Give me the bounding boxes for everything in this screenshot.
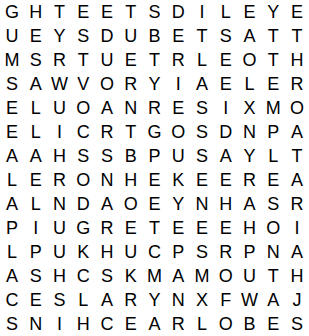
grid-cell[interactable]: E — [119, 216, 143, 240]
grid-cell[interactable]: O — [261, 216, 285, 240]
grid-cell[interactable]: E — [214, 216, 238, 240]
grid-cell[interactable]: E — [24, 24, 48, 48]
grid-cell[interactable]: I — [214, 96, 238, 120]
grid-cell[interactable]: T — [285, 144, 309, 168]
grid-cell[interactable]: E — [119, 312, 143, 336]
grid-cell[interactable]: S — [48, 288, 72, 312]
grid-cell[interactable]: I — [190, 0, 214, 24]
grid-cell[interactable]: C — [143, 240, 167, 264]
grid-cell[interactable]: R — [48, 168, 72, 192]
grid-cell[interactable]: N — [190, 192, 214, 216]
grid-cell[interactable]: M — [261, 96, 285, 120]
grid-cell[interactable]: S — [190, 96, 214, 120]
grid-cell[interactable]: A — [0, 192, 24, 216]
grid-cell[interactable]: E — [214, 72, 238, 96]
grid-cell[interactable]: E — [166, 24, 190, 48]
grid-cell[interactable]: E — [95, 0, 119, 24]
grid-cell[interactable]: P — [0, 216, 24, 240]
grid-cell[interactable]: S — [143, 0, 167, 24]
grid-cell[interactable]: E — [285, 0, 309, 24]
grid-cell[interactable]: R — [214, 240, 238, 264]
grid-cell[interactable]: T — [143, 216, 167, 240]
grid-cell[interactable]: A — [238, 24, 262, 48]
grid-cell[interactable]: U — [238, 264, 262, 288]
grid-cell[interactable]: A — [24, 72, 48, 96]
grid-cell[interactable]: A — [285, 240, 309, 264]
grid-cell[interactable]: S — [214, 24, 238, 48]
grid-cell[interactable]: L — [0, 168, 24, 192]
grid-cell[interactable]: S — [95, 144, 119, 168]
grid-cell[interactable]: E — [143, 168, 167, 192]
grid-cell[interactable]: N — [166, 288, 190, 312]
grid-cell[interactable]: T — [261, 264, 285, 288]
grid-cell[interactable]: N — [238, 120, 262, 144]
grid-cell[interactable]: N — [95, 168, 119, 192]
grid-cell[interactable]: G — [0, 0, 24, 24]
grid-cell[interactable]: O — [71, 168, 95, 192]
grid-cell[interactable]: E — [166, 96, 190, 120]
grid-cell[interactable]: L — [71, 288, 95, 312]
grid-cell[interactable]: Y — [238, 144, 262, 168]
grid-cell[interactable]: E — [0, 96, 24, 120]
grid-cell[interactable]: Y — [143, 72, 167, 96]
grid-cell[interactable]: L — [24, 192, 48, 216]
grid-cell[interactable]: E — [143, 192, 167, 216]
grid-cell[interactable]: S — [190, 240, 214, 264]
grid-cell[interactable]: E — [261, 72, 285, 96]
grid-cell[interactable]: S — [0, 72, 24, 96]
grid-cell[interactable]: A — [95, 288, 119, 312]
grid-cell[interactable]: A — [261, 288, 285, 312]
grid-cell[interactable]: B — [238, 312, 262, 336]
grid-cell[interactable]: A — [0, 264, 24, 288]
grid-cell[interactable]: B — [143, 24, 167, 48]
grid-cell[interactable]: Y — [48, 24, 72, 48]
grid-cell[interactable]: A — [238, 192, 262, 216]
grid-cell[interactable]: Y — [166, 192, 190, 216]
grid-cell[interactable]: T — [143, 48, 167, 72]
grid-cell[interactable]: I — [48, 120, 72, 144]
grid-cell[interactable]: A — [143, 312, 167, 336]
grid-cell[interactable]: R — [48, 48, 72, 72]
grid-cell[interactable]: C — [71, 264, 95, 288]
grid-cell[interactable]: N — [119, 96, 143, 120]
grid-cell[interactable]: V — [71, 72, 95, 96]
grid-cell[interactable]: L — [24, 120, 48, 144]
grid-cell[interactable]: U — [119, 240, 143, 264]
grid-cell[interactable]: O — [119, 192, 143, 216]
grid-cell[interactable]: A — [0, 144, 24, 168]
grid-cell[interactable]: U — [119, 24, 143, 48]
grid-cell[interactable]: K — [119, 264, 143, 288]
grid-cell[interactable]: S — [0, 312, 24, 336]
grid-cell[interactable]: P — [261, 120, 285, 144]
grid-cell[interactable]: L — [238, 72, 262, 96]
grid-cell[interactable]: O — [214, 264, 238, 288]
grid-cell[interactable]: E — [24, 168, 48, 192]
grid-cell[interactable]: E — [261, 312, 285, 336]
grid-cell[interactable]: D — [166, 0, 190, 24]
grid-cell[interactable]: O — [166, 120, 190, 144]
grid-cell[interactable]: T — [119, 120, 143, 144]
grid-cell[interactable]: L — [24, 96, 48, 120]
grid-cell[interactable]: A — [95, 96, 119, 120]
grid-cell[interactable]: P — [143, 144, 167, 168]
grid-cell[interactable]: E — [214, 168, 238, 192]
grid-cell[interactable]: E — [190, 216, 214, 240]
grid-cell[interactable]: A — [95, 192, 119, 216]
grid-cell[interactable]: D — [95, 24, 119, 48]
grid-cell[interactable]: A — [24, 144, 48, 168]
grid-cell[interactable]: E — [261, 168, 285, 192]
grid-cell[interactable]: D — [71, 192, 95, 216]
grid-cell[interactable]: H — [285, 264, 309, 288]
grid-cell[interactable]: R — [238, 168, 262, 192]
grid-cell[interactable]: S — [71, 144, 95, 168]
grid-cell[interactable]: R — [285, 72, 309, 96]
grid-cell[interactable]: C — [95, 312, 119, 336]
grid-cell[interactable]: E — [24, 288, 48, 312]
grid-cell[interactable]: E — [166, 216, 190, 240]
grid-cell[interactable]: H — [214, 192, 238, 216]
grid-cell[interactable]: O — [238, 48, 262, 72]
grid-cell[interactable]: A — [166, 264, 190, 288]
grid-cell[interactable]: H — [238, 216, 262, 240]
grid-cell[interactable]: E — [214, 48, 238, 72]
grid-cell[interactable]: R — [119, 72, 143, 96]
grid-cell[interactable]: W — [238, 288, 262, 312]
grid-cell[interactable]: B — [119, 144, 143, 168]
grid-cell[interactable]: U — [48, 240, 72, 264]
grid-cell[interactable]: G — [143, 120, 167, 144]
grid-cell[interactable]: O — [71, 96, 95, 120]
grid-cell[interactable]: I — [166, 72, 190, 96]
grid-cell[interactable]: I — [24, 216, 48, 240]
grid-cell[interactable]: A — [190, 72, 214, 96]
grid-cell[interactable]: L — [261, 144, 285, 168]
grid-cell[interactable]: O — [95, 72, 119, 96]
grid-cell[interactable]: R — [119, 288, 143, 312]
grid-cell[interactable]: U — [48, 96, 72, 120]
grid-cell[interactable]: A — [285, 168, 309, 192]
grid-cell[interactable]: T — [48, 0, 72, 24]
grid-cell[interactable]: E — [190, 168, 214, 192]
grid-cell[interactable]: T — [119, 0, 143, 24]
grid-cell[interactable]: M — [190, 264, 214, 288]
grid-cell[interactable]: N — [24, 312, 48, 336]
grid-cell[interactable]: T — [261, 24, 285, 48]
grid-cell[interactable]: G — [71, 216, 95, 240]
grid-cell[interactable]: O — [285, 96, 309, 120]
grid-cell[interactable]: R — [166, 48, 190, 72]
grid-cell[interactable]: Y — [143, 288, 167, 312]
grid-cell[interactable]: P — [238, 240, 262, 264]
grid-cell[interactable]: I — [285, 216, 309, 240]
grid-cell[interactable]: T — [285, 24, 309, 48]
grid-cell[interactable]: N — [261, 240, 285, 264]
grid-cell[interactable]: S — [71, 24, 95, 48]
grid-cell[interactable]: H — [95, 240, 119, 264]
grid-cell[interactable]: H — [285, 48, 309, 72]
grid-cell[interactable]: R — [95, 120, 119, 144]
grid-cell[interactable]: A — [285, 120, 309, 144]
grid-cell[interactable]: W — [48, 72, 72, 96]
grid-cell[interactable]: U — [48, 216, 72, 240]
grid-cell[interactable]: N — [48, 192, 72, 216]
grid-cell[interactable]: S — [285, 312, 309, 336]
grid-cell[interactable]: U — [0, 24, 24, 48]
grid-cell[interactable]: L — [0, 240, 24, 264]
grid-cell[interactable]: C — [71, 120, 95, 144]
grid-cell[interactable]: K — [71, 240, 95, 264]
grid-cell[interactable]: S — [24, 264, 48, 288]
grid-cell[interactable]: H — [119, 168, 143, 192]
grid-cell[interactable]: P — [24, 240, 48, 264]
grid-cell[interactable]: Y — [261, 0, 285, 24]
word-search-grid: GHTEETSDILEYEUEYSDUBETSATTMSRTUETRLEOTHS… — [0, 0, 309, 336]
grid-cell[interactable]: H — [48, 264, 72, 288]
grid-cell[interactable]: O — [214, 312, 238, 336]
grid-cell[interactable]: R — [166, 312, 190, 336]
grid-cell[interactable]: T — [71, 48, 95, 72]
grid-cell[interactable]: R — [285, 192, 309, 216]
grid-cell[interactable]: D — [214, 120, 238, 144]
grid-cell[interactable]: X — [190, 288, 214, 312]
grid-cell[interactable]: T — [261, 48, 285, 72]
grid-cell[interactable]: H — [71, 312, 95, 336]
grid-cell[interactable]: E — [119, 48, 143, 72]
grid-cell[interactable]: S — [190, 144, 214, 168]
grid-cell[interactable]: T — [190, 24, 214, 48]
grid-cell[interactable]: E — [71, 0, 95, 24]
grid-cell[interactable]: S — [190, 120, 214, 144]
grid-cell[interactable]: I — [48, 312, 72, 336]
grid-cell[interactable]: E — [0, 120, 24, 144]
grid-cell[interactable]: R — [143, 96, 167, 120]
grid-cell[interactable]: J — [285, 288, 309, 312]
grid-cell[interactable]: S — [261, 192, 285, 216]
grid-cell[interactable]: L — [190, 48, 214, 72]
grid-cell[interactable]: S — [95, 264, 119, 288]
grid-cell[interactable]: C — [0, 288, 24, 312]
grid-cell[interactable]: K — [166, 168, 190, 192]
grid-cell[interactable]: L — [214, 0, 238, 24]
grid-cell[interactable]: H — [24, 0, 48, 24]
grid-cell[interactable]: E — [238, 0, 262, 24]
grid-cell[interactable]: S — [24, 48, 48, 72]
grid-cell[interactable]: M — [0, 48, 24, 72]
grid-cell[interactable]: L — [190, 312, 214, 336]
grid-cell[interactable]: F — [214, 288, 238, 312]
grid-cell[interactable]: A — [214, 144, 238, 168]
grid-cell[interactable]: H — [48, 144, 72, 168]
grid-cell[interactable]: X — [238, 96, 262, 120]
grid-cell[interactable]: U — [166, 144, 190, 168]
grid-cell[interactable]: M — [143, 264, 167, 288]
grid-cell[interactable]: R — [95, 216, 119, 240]
grid-cell[interactable]: U — [95, 48, 119, 72]
grid-cell[interactable]: P — [166, 240, 190, 264]
